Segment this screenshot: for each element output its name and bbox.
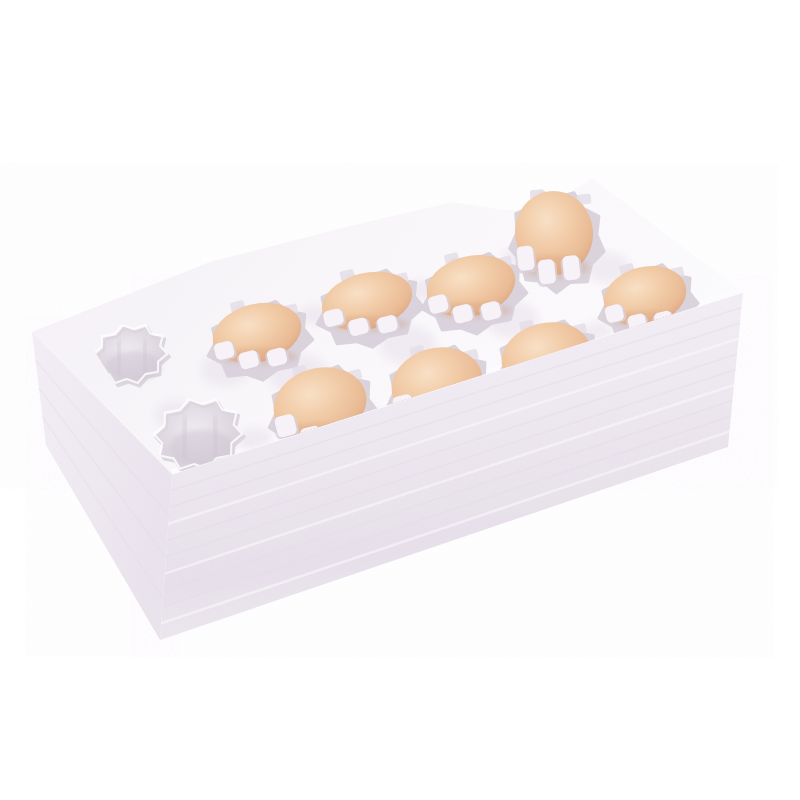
scene-canvas [0, 0, 800, 800]
hole-floor-shadow [107, 351, 162, 381]
foam-rim-tab [516, 245, 535, 271]
foam-egg-tray-photo [0, 0, 800, 800]
foam-rim-tab [537, 259, 556, 285]
foam-rim-tab [562, 255, 581, 281]
